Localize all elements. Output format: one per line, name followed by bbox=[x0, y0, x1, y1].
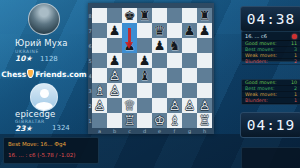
board-grid: ♚♜♜♟♛♟♟♟♟♞♟♟♙♝♗♙♙♕♙♙♙♖♔♗♖ bbox=[92, 8, 212, 128]
rank-label-6: 6 bbox=[88, 43, 92, 49]
square-f8[interactable] bbox=[167, 8, 182, 23]
square-h1[interactable]: ♖ bbox=[197, 113, 212, 128]
logo-shield-icon bbox=[27, 69, 34, 78]
square-d2[interactable] bbox=[137, 98, 152, 113]
square-f3[interactable] bbox=[167, 83, 182, 98]
piece-white-queen[interactable]: ♕ bbox=[122, 98, 137, 113]
square-d5[interactable]: ♟ bbox=[137, 53, 152, 68]
square-g8[interactable] bbox=[182, 8, 197, 23]
piece-black-pawn[interactable]: ♟ bbox=[152, 38, 167, 53]
stat-value: 11 bbox=[291, 41, 297, 46]
file-label-a: a bbox=[92, 128, 107, 134]
piece-black-pawn[interactable]: ♟ bbox=[107, 23, 122, 38]
square-g7[interactable]: ♟ bbox=[182, 23, 197, 38]
stats-panel-top: 16. ... c6 Good moves:11Best moves:3Weak… bbox=[241, 31, 300, 62]
file-label-c: c bbox=[122, 128, 137, 134]
piece-black-pawn[interactable]: ♟ bbox=[137, 53, 152, 68]
square-c2[interactable]: ♕ bbox=[122, 98, 137, 113]
square-a8[interactable] bbox=[92, 8, 107, 23]
square-f7[interactable] bbox=[167, 23, 182, 38]
square-b2[interactable] bbox=[107, 98, 122, 113]
player-bottom-level: 23★ bbox=[15, 124, 32, 133]
stat-value: 2 bbox=[294, 59, 297, 64]
square-c8[interactable]: ♚ bbox=[122, 8, 137, 23]
analysis-box: Best Move: 16... Фg4 16. ... : c6 (-5.78… bbox=[3, 137, 99, 164]
rank-label-8: 8 bbox=[88, 13, 92, 19]
avatar-player-top bbox=[28, 3, 60, 35]
stat-row-blunders: Blunders:1 bbox=[242, 98, 300, 104]
square-d3[interactable] bbox=[137, 83, 152, 98]
square-g1[interactable] bbox=[182, 113, 197, 128]
clock-top: 04:38 bbox=[240, 6, 300, 32]
logo-text-chess: Chess bbox=[1, 70, 26, 79]
square-b3[interactable]: ♙ bbox=[107, 83, 122, 98]
square-f5[interactable] bbox=[167, 53, 182, 68]
piece-white-rook[interactable]: ♖ bbox=[197, 113, 212, 128]
square-g2[interactable]: ♙ bbox=[182, 98, 197, 113]
stat-value: 1 bbox=[294, 92, 297, 97]
square-e4[interactable] bbox=[152, 68, 167, 83]
square-g3[interactable] bbox=[182, 83, 197, 98]
piece-black-knight[interactable]: ♞ bbox=[167, 38, 182, 53]
square-c3[interactable] bbox=[122, 83, 137, 98]
rank-label-7: 7 bbox=[88, 28, 92, 34]
stat-value: 1 bbox=[294, 53, 297, 58]
stat-value: 3 bbox=[294, 47, 297, 52]
logo-text-friends: Friends.com bbox=[35, 70, 86, 79]
rank-label-2: 2 bbox=[88, 103, 92, 109]
square-h2[interactable]: ♙ bbox=[197, 98, 212, 113]
file-label-e: e bbox=[152, 128, 167, 134]
square-d4[interactable]: ♝ bbox=[137, 68, 152, 83]
piece-black-pawn[interactable]: ♟ bbox=[107, 53, 122, 68]
stats-bottom-rows: Good moves:10Best moves:2Weak moves:1Blu… bbox=[242, 80, 300, 104]
file-label-d: d bbox=[137, 128, 152, 134]
square-f6[interactable]: ♞ bbox=[167, 38, 182, 53]
piece-black-pawn[interactable]: ♟ bbox=[182, 23, 197, 38]
side-panel-empty bbox=[241, 147, 300, 168]
square-h5[interactable] bbox=[197, 53, 212, 68]
square-a7[interactable] bbox=[92, 23, 107, 38]
file-label-g: g bbox=[182, 128, 197, 134]
piece-black-queen[interactable]: ♛ bbox=[152, 23, 167, 38]
square-b7[interactable]: ♟ bbox=[107, 23, 122, 38]
square-a5[interactable] bbox=[92, 53, 107, 68]
piece-white-pawn[interactable]: ♙ bbox=[107, 68, 122, 83]
square-d7[interactable] bbox=[137, 23, 152, 38]
stat-value: 1 bbox=[294, 98, 297, 103]
square-e8[interactable] bbox=[152, 8, 167, 23]
square-a6[interactable] bbox=[92, 38, 107, 53]
square-a2[interactable]: ♙ bbox=[92, 98, 107, 113]
stats-panel-bottom: Good moves:10Best moves:2Weak moves:1Blu… bbox=[241, 79, 300, 105]
square-b6[interactable] bbox=[107, 38, 122, 53]
piece-black-rook[interactable]: ♜ bbox=[197, 8, 212, 23]
piece-white-rook[interactable]: ♖ bbox=[122, 113, 137, 128]
stat-label: Best moves: bbox=[245, 86, 275, 91]
piece-white-bishop[interactable]: ♗ bbox=[92, 83, 107, 98]
arrow-stem bbox=[128, 28, 131, 42]
square-h7[interactable]: ♟ bbox=[197, 23, 212, 38]
square-g4[interactable] bbox=[182, 68, 197, 83]
clock-bottom: 04:19 bbox=[240, 112, 300, 138]
player-bottom-name: epicedge bbox=[15, 109, 56, 119]
piece-white-king[interactable]: ♔ bbox=[152, 113, 167, 128]
square-b4[interactable]: ♙ bbox=[107, 68, 122, 83]
square-a4[interactable] bbox=[92, 68, 107, 83]
chess-board: ♚♜♜♟♛♟♟♟♟♞♟♟♙♝♗♙♙♕♙♙♙♖♔♗♖ 87654321 abcde… bbox=[88, 3, 214, 134]
stat-value: 2 bbox=[294, 86, 297, 91]
square-g6[interactable] bbox=[182, 38, 197, 53]
stats-top-header: 16. ... c6 bbox=[242, 32, 300, 41]
square-b1[interactable] bbox=[107, 113, 122, 128]
piece-white-pawn[interactable]: ♙ bbox=[107, 83, 122, 98]
square-h6[interactable] bbox=[197, 38, 212, 53]
square-d8[interactable]: ♜ bbox=[137, 8, 152, 23]
chessfriends-game-screen: Юрий Муха UKRAINE 10★ 1128 ChessFriends.… bbox=[0, 0, 300, 168]
player-top-name: Юрий Муха bbox=[15, 38, 68, 48]
square-f1[interactable]: ♗ bbox=[167, 113, 182, 128]
stat-label: Weak moves: bbox=[245, 92, 277, 97]
piece-black-pawn[interactable]: ♟ bbox=[197, 23, 212, 38]
square-e2[interactable] bbox=[152, 98, 167, 113]
piece-white-pawn[interactable]: ♙ bbox=[92, 98, 107, 113]
rank-label-1: 1 bbox=[88, 118, 92, 124]
square-e1[interactable]: ♔ bbox=[152, 113, 167, 128]
square-b5[interactable]: ♟ bbox=[107, 53, 122, 68]
file-label-h: h bbox=[197, 128, 212, 134]
stat-label: Best moves: bbox=[245, 47, 275, 52]
square-h3[interactable] bbox=[197, 83, 212, 98]
square-e3[interactable] bbox=[152, 83, 167, 98]
piece-white-pawn[interactable]: ♙ bbox=[167, 98, 182, 113]
chessfriends-logo: ChessFriends.com bbox=[0, 69, 88, 79]
square-e6[interactable]: ♟ bbox=[152, 38, 167, 53]
square-d6[interactable] bbox=[137, 38, 152, 53]
stats-top-rows: Good moves:11Best moves:3Weak moves:1Blu… bbox=[242, 41, 300, 65]
best-move-text: Best Move: 16... Фg4 bbox=[8, 141, 66, 147]
square-c1[interactable]: ♖ bbox=[122, 113, 137, 128]
player-top-rating: 1128 bbox=[40, 55, 58, 63]
stat-label: Blunders: bbox=[245, 98, 268, 103]
square-g5[interactable] bbox=[182, 53, 197, 68]
last-move-label: 16. ... c6 bbox=[245, 32, 267, 40]
square-c5[interactable] bbox=[122, 53, 137, 68]
square-c4[interactable] bbox=[122, 68, 137, 83]
rank-label-3: 3 bbox=[88, 88, 92, 94]
person-silhouette-icon bbox=[40, 89, 49, 98]
piece-white-pawn[interactable]: ♙ bbox=[197, 98, 212, 113]
stat-label: Good moves: bbox=[245, 80, 277, 85]
square-a3[interactable]: ♗ bbox=[92, 83, 107, 98]
square-b8[interactable] bbox=[107, 8, 122, 23]
stat-label: Blunders: bbox=[245, 59, 268, 64]
rank-label-5: 5 bbox=[88, 58, 92, 64]
arrow-head-icon bbox=[125, 42, 133, 49]
rank-label-4: 4 bbox=[88, 73, 92, 79]
square-h4[interactable] bbox=[197, 68, 212, 83]
square-h8[interactable]: ♜ bbox=[197, 8, 212, 23]
square-f4[interactable] bbox=[167, 68, 182, 83]
piece-white-bishop[interactable]: ♗ bbox=[167, 113, 182, 128]
square-e7[interactable]: ♛ bbox=[152, 23, 167, 38]
avatar-player-bottom bbox=[30, 83, 58, 111]
player-bottom-rating: 1324 bbox=[52, 124, 70, 132]
square-d1[interactable] bbox=[137, 113, 152, 128]
square-e5[interactable] bbox=[152, 53, 167, 68]
player-top-level: 10★ bbox=[15, 54, 32, 63]
piece-black-king[interactable]: ♚ bbox=[122, 8, 137, 23]
square-a1[interactable] bbox=[92, 113, 107, 128]
piece-black-bishop[interactable]: ♝ bbox=[137, 68, 152, 83]
stat-label: Weak moves: bbox=[245, 53, 277, 58]
piece-black-rook[interactable]: ♜ bbox=[137, 8, 152, 23]
stat-label: Good moves: bbox=[245, 41, 277, 46]
stat-value: 10 bbox=[291, 80, 297, 85]
blunder-dot-icon bbox=[292, 34, 297, 39]
stat-row-blunders: Blunders:2 bbox=[242, 59, 300, 65]
file-label-f: f bbox=[167, 128, 182, 134]
piece-white-pawn[interactable]: ♙ bbox=[182, 98, 197, 113]
square-f2[interactable]: ♙ bbox=[167, 98, 182, 113]
file-label-b: b bbox=[107, 128, 122, 134]
played-move-text: 16. ... : c6 (-5.78 / -1.02) bbox=[8, 152, 75, 158]
